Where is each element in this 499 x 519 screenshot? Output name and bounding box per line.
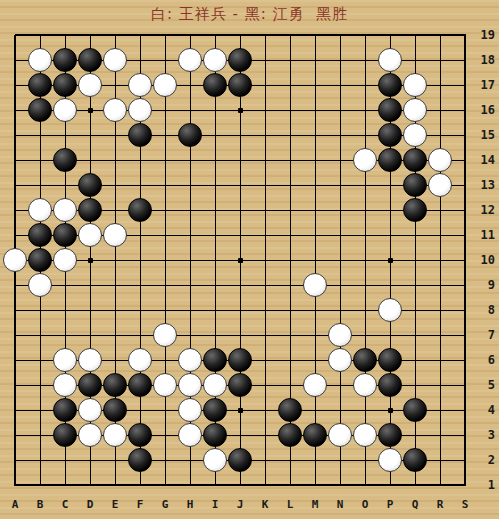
white-stone [53,348,77,372]
column-label: I [212,498,219,511]
white-stone [153,323,177,347]
row-label: 12 [473,203,495,217]
black-stone [403,398,427,422]
row-label: 8 [473,303,495,317]
black-stone [178,123,202,147]
board-line-vertical [340,35,341,486]
black-stone [378,73,402,97]
black-stone [378,423,402,447]
column-label: L [287,498,294,511]
black-stone [228,73,252,97]
black-stone [78,48,102,72]
column-label: N [337,498,344,511]
white-stone [303,273,327,297]
white-stone [103,223,127,247]
black-stone [203,73,227,97]
star-point [388,258,393,263]
black-stone [128,423,152,447]
black-stone [53,223,77,247]
white-stone [153,373,177,397]
row-label: 13 [473,178,495,192]
white-stone [178,423,202,447]
white-stone [28,273,52,297]
column-label: D [87,498,94,511]
black-stone [53,423,77,447]
black-stone [53,398,77,422]
row-label: 15 [473,128,495,142]
white-stone [378,448,402,472]
row-label: 10 [473,253,495,267]
white-stone [78,348,102,372]
black-stone [378,123,402,147]
row-label: 5 [473,378,495,392]
white-stone [203,448,227,472]
go-diagram: 白: 王祥兵 - 黑: 江勇 黑胜 ABCDEFGHIJKLMNOPQRS191… [0,0,499,519]
column-label: P [387,498,394,511]
black-stone [28,223,52,247]
column-label: B [37,498,44,511]
column-label: G [162,498,169,511]
black-stone [403,448,427,472]
black-stone [403,173,427,197]
column-label: H [187,498,194,511]
white-stone [178,48,202,72]
black-stone [128,123,152,147]
board-line-horizontal [15,484,466,486]
white-stone [378,48,402,72]
black-stone [28,98,52,122]
white-stone [78,223,102,247]
row-label: 18 [473,53,495,67]
black-stone [78,198,102,222]
white-stone [328,423,352,447]
black-stone [353,348,377,372]
black-stone [278,423,302,447]
black-stone [228,448,252,472]
star-point [238,258,243,263]
board-line-horizontal [15,285,466,286]
go-board: ABCDEFGHIJKLMNOPQRS191817161514131211109… [0,0,499,519]
row-label: 19 [473,28,495,42]
black-stone [28,73,52,97]
black-stone [378,98,402,122]
white-stone [428,148,452,172]
black-stone [78,173,102,197]
white-stone [128,73,152,97]
star-point [238,108,243,113]
row-label: 1 [473,478,495,492]
white-stone [353,148,377,172]
column-label: A [12,498,19,511]
column-label: M [312,498,319,511]
white-stone [53,373,77,397]
black-stone [128,373,152,397]
column-label: S [462,498,469,511]
white-stone [128,348,152,372]
white-stone [28,48,52,72]
row-label: 6 [473,353,495,367]
black-stone [228,48,252,72]
black-stone [378,348,402,372]
white-stone [353,373,377,397]
board-line-vertical [440,35,441,486]
white-stone [78,423,102,447]
white-stone [178,348,202,372]
black-stone [228,373,252,397]
black-stone [53,148,77,172]
white-stone [128,98,152,122]
black-stone [203,398,227,422]
column-label: O [362,498,369,511]
column-label: Q [412,498,419,511]
white-stone [178,398,202,422]
black-stone [53,73,77,97]
star-point [88,258,93,263]
white-stone [103,423,127,447]
white-stone [303,373,327,397]
black-stone [203,348,227,372]
black-stone [128,198,152,222]
black-stone [28,248,52,272]
white-stone [53,198,77,222]
white-stone [203,373,227,397]
star-point [238,408,243,413]
board-line-horizontal [15,335,466,336]
column-label: F [137,498,144,511]
white-stone [28,198,52,222]
black-stone [403,198,427,222]
star-point [388,408,393,413]
black-stone [228,348,252,372]
row-label: 17 [473,78,495,92]
white-stone [103,48,127,72]
row-label: 7 [473,328,495,342]
black-stone [378,148,402,172]
white-stone [403,98,427,122]
board-line-vertical [464,35,466,486]
board-line-vertical [365,35,366,486]
black-stone [303,423,327,447]
white-stone [328,348,352,372]
row-label: 3 [473,428,495,442]
column-label: K [262,498,269,511]
row-label: 11 [473,228,495,242]
white-stone [53,98,77,122]
black-stone [103,373,127,397]
white-stone [78,73,102,97]
black-stone [378,373,402,397]
white-stone [178,373,202,397]
white-stone [203,48,227,72]
black-stone [128,448,152,472]
column-label: E [112,498,119,511]
row-label: 16 [473,103,495,117]
white-stone [353,423,377,447]
black-stone [278,398,302,422]
board-line-vertical [265,35,266,486]
row-label: 9 [473,278,495,292]
black-stone [403,148,427,172]
white-stone [403,123,427,147]
white-stone [78,398,102,422]
black-stone [78,373,102,397]
column-label: R [437,498,444,511]
white-stone [428,173,452,197]
white-stone [328,323,352,347]
black-stone [103,398,127,422]
white-stone [403,73,427,97]
black-stone [203,423,227,447]
column-label: J [237,498,244,511]
row-label: 14 [473,153,495,167]
row-label: 2 [473,453,495,467]
black-stone [53,48,77,72]
white-stone [53,248,77,272]
white-stone [378,298,402,322]
white-stone [3,248,27,272]
star-point [88,108,93,113]
board-line-vertical [315,35,316,486]
column-label: C [62,498,69,511]
row-label: 4 [473,403,495,417]
white-stone [153,73,177,97]
white-stone [103,98,127,122]
